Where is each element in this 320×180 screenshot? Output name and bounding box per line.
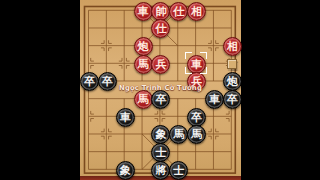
piece-black-soldier[interactable]: 卒 [187,108,206,127]
piece-red-advisor[interactable]: 仕 [169,2,188,21]
piece-black-soldier[interactable]: 卒 [223,90,242,109]
last-move-origin-marker [227,59,237,69]
piece-red-elephant[interactable]: 相 [223,37,242,56]
piece-black-chariot[interactable]: 車 [116,108,135,127]
piece-red-chariot[interactable]: 車 [187,55,206,74]
xiangqi-board[interactable]: 車帥仕相仕炮相馬兵車卒卒兵炮馬卒車卒車卒象馬馬士象將士 Ngọc Trịnh C… [80,0,241,180]
piece-red-horse[interactable]: 馬 [134,90,153,109]
piece-black-chariot[interactable]: 車 [205,90,224,109]
piece-black-advisor[interactable]: 士 [169,161,188,180]
letterbox-left [0,0,80,180]
letterbox-right [241,0,320,180]
piece-red-elephant[interactable]: 相 [187,2,206,21]
piece-black-elephant[interactable]: 象 [116,161,135,180]
video-frame: { "game": "xiangqi", "watermark": { "tex… [0,0,320,180]
piece-red-horse[interactable]: 馬 [134,55,153,74]
piece-red-cannon[interactable]: 炮 [134,37,153,56]
piece-red-chariot[interactable]: 車 [134,2,153,21]
